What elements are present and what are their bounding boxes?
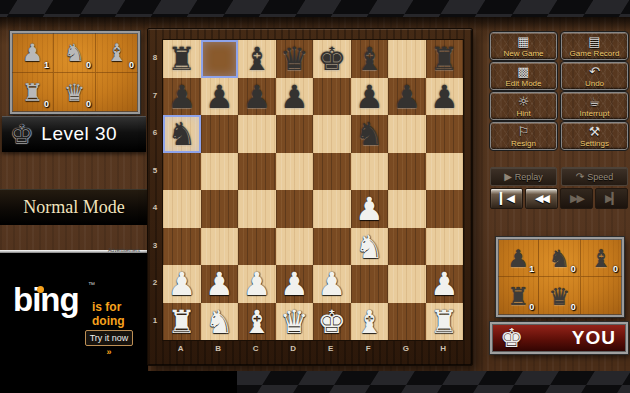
step-back-button[interactable]: ◀◀ [525,188,558,209]
square-g3[interactable] [388,228,426,266]
bing-tagline: is for doing [92,300,148,328]
square-d1[interactable]: ♛ [276,303,314,341]
black-rook-h8[interactable]: ♜ [426,40,464,78]
black-bishop-f8[interactable]: ♝ [351,40,389,78]
double-chevron-icon: » [106,347,111,357]
black-pawn-c7[interactable]: ♟ [238,78,276,116]
button-label: Game Record [570,49,620,59]
square-h5[interactable] [426,153,464,191]
square-h6[interactable] [426,115,464,153]
square-c7[interactable]: ♟ [238,78,276,116]
white-rook-a1[interactable]: ♜ [163,303,201,341]
square-c2[interactable]: ♟ [238,265,276,303]
white-rook-h1[interactable]: ♜ [426,303,464,341]
captured-queen-slot: ♛0 [54,73,96,113]
square-a4[interactable] [163,190,201,228]
square-a1[interactable]: ♜ [163,303,201,341]
square-f1[interactable]: ♝ [351,303,389,341]
black-pawn-d7[interactable]: ♟ [276,78,314,116]
skip-to-start-button[interactable]: ▎◀ [490,188,523,209]
square-f7[interactable]: ♟ [351,78,389,116]
captured-pawn-slot: ♟1 [498,239,539,277]
square-d6[interactable] [276,115,314,153]
square-d2[interactable]: ♟ [276,265,314,303]
black-pawn-a7[interactable]: ♟ [163,78,201,116]
captured-bishop-slot: ♝0 [581,239,622,277]
black-pawn-g7[interactable]: ♟ [388,78,426,116]
file-label-c: C [237,342,275,356]
chess-board: ♜♝♛♚♝♜♟♟♟♟♟♟♟♞♞♟♞♟♟♟♟♟♟♜♞♝♛♚♝♜ [162,39,464,341]
square-b2[interactable]: ♟ [201,265,239,303]
square-g2[interactable] [388,265,426,303]
square-g1[interactable] [388,303,426,341]
board-grid-icon: ▦ [517,34,529,49]
hand-icon: ↶ [589,64,600,79]
square-e3[interactable] [313,228,351,266]
square-a2[interactable]: ♟ [163,265,201,303]
square-e7[interactable] [313,78,351,116]
rank-label-3: 3 [148,227,162,265]
square-e6[interactable] [313,115,351,153]
square-f4[interactable]: ♟ [351,190,389,228]
square-f2[interactable] [351,265,389,303]
checkered-flag-band-top [0,0,630,17]
player-bar: ♚ YOU [490,322,628,354]
undo-button[interactable]: ↶Undo [561,62,628,90]
black-queen-d8[interactable]: ♛ [276,40,314,78]
button-label: Resign [511,139,536,149]
square-a8[interactable]: ♜ [163,40,201,78]
game-record-button[interactable]: ▤Game Record [561,32,628,60]
opponent-level-label: Level 30 [41,123,117,145]
captured-knight-count: 0 [86,60,91,70]
resign-button[interactable]: ⚐Resign [490,122,557,150]
rank-labels: 87654321 [148,39,162,339]
step-forward-button[interactable]: ▶▶ [560,188,593,209]
white-bishop-f1[interactable]: ♝ [351,303,389,341]
bing-logo-dot-icon [37,286,44,293]
coffee-cup-icon: ☕ [589,94,601,109]
document-icon: ▤ [588,34,600,49]
chess-app-window: ♟1♞0♝0♜0♛0 ♚ Level 30 Normal Mode Advert… [0,0,630,393]
white-pawn-f4[interactable]: ♟ [351,190,389,228]
square-a7[interactable]: ♟ [163,78,201,116]
black-king-e8[interactable]: ♚ [313,40,351,78]
square-e2[interactable]: ♟ [313,265,351,303]
square-c4[interactable] [238,190,276,228]
black-king-icon: ♚ [10,119,33,149]
empty-slot [96,73,138,113]
square-b7[interactable]: ♟ [201,78,239,116]
black-knight-a6[interactable]: ♞ [163,115,201,153]
captured-rook-count: 0 [44,99,49,109]
empty-slot [581,277,622,315]
white-pawn-h2[interactable]: ♟ [426,265,464,303]
checker-icon: ▩ [517,64,529,79]
captured-queen-slot: ♛0 [539,277,580,315]
captured-black-pieces-tray: ♟1♞0♝0♜0♛0 [496,237,624,317]
settings-button[interactable]: ⚒Settings [561,122,628,150]
button-label: Edit Mode [505,79,541,89]
interrupt-button[interactable]: ☕Interrupt [561,92,628,120]
edit-mode-button[interactable]: ▩Edit Mode [490,62,557,90]
button-label: Hint [516,109,530,119]
captured-queen-count: 0 [571,302,576,312]
square-f8[interactable]: ♝ [351,40,389,78]
white-pawn-e2[interactable]: ♟ [313,265,351,303]
square-d7[interactable]: ♟ [276,78,314,116]
square-d5[interactable] [276,153,314,191]
square-a6[interactable]: ♞ [163,115,201,153]
square-f6[interactable]: ♞ [351,115,389,153]
square-e1[interactable]: ♚ [313,303,351,341]
captured-rook-count: 0 [529,302,534,312]
black-knight-f6[interactable]: ♞ [351,115,389,153]
rank-label-6: 6 [148,114,162,152]
white-pawn-a2[interactable]: ♟ [163,265,201,303]
bing-logo[interactable]: bing [13,283,79,316]
square-a3[interactable] [163,228,201,266]
replay-controls-header: ▶ Replay ↷ Speed [490,167,628,186]
speed-arrow-icon: ↷ [576,171,584,182]
square-g5[interactable] [388,153,426,191]
try-it-now-button[interactable]: Try it now » [85,330,133,346]
speed-button[interactable]: ↷ Speed [561,167,628,186]
new-game-button[interactable]: ▦New Game [490,32,557,60]
square-g7[interactable]: ♟ [388,78,426,116]
game-mode-band: Normal Mode [0,189,148,225]
square-h2[interactable]: ♟ [426,265,464,303]
white-pawn-d2[interactable]: ♟ [276,265,314,303]
rank-label-7: 7 [148,77,162,115]
chess-board-frame: 87654321 ABCDEFGH ♜♝♛♚♝♜♟♟♟♟♟♟♟♞♞♟♞♟♟♟♟♟… [147,28,473,366]
square-a5[interactable] [163,153,201,191]
replay-media-controls: ▎◀◀◀▶▶▶▎ [490,188,628,209]
square-b5[interactable] [201,153,239,191]
file-label-d: D [275,342,313,356]
captured-knight-count: 0 [571,264,576,274]
file-labels: ABCDEFGH [162,342,462,356]
game-menu: ▦New Game▤Game Record▩Edit Mode↶Undo☼Hin… [490,32,628,150]
rank-label-4: 4 [148,189,162,227]
square-h7[interactable]: ♟ [426,78,464,116]
play-icon: ▶ [504,171,512,182]
captured-bishop-slot: ♝0 [96,33,138,73]
file-label-h: H [425,342,463,356]
square-c5[interactable] [238,153,276,191]
square-c1[interactable]: ♝ [238,303,276,341]
square-e4[interactable] [313,190,351,228]
captured-rook-slot: ♜0 [12,73,54,113]
captured-knight-slot: ♞0 [539,239,580,277]
captured-white-pieces-tray: ♟1♞0♝0♜0♛0 [10,31,140,114]
square-e8[interactable]: ♚ [313,40,351,78]
square-b3[interactable] [201,228,239,266]
white-knight-b1[interactable]: ♞ [201,303,239,341]
black-pawn-f7[interactable]: ♟ [351,78,389,116]
file-label-f: F [350,342,388,356]
square-f5[interactable] [351,153,389,191]
square-b8[interactable] [201,40,239,78]
captured-pawn-count: 1 [529,264,534,274]
replay-button[interactable]: ▶ Replay [490,167,557,186]
button-label: Undo [585,79,604,89]
captured-pawn-count: 1 [44,60,49,70]
lightbulb-icon: ☼ [518,94,530,109]
square-h3[interactable] [426,228,464,266]
captured-knight-slot: ♞0 [54,33,96,73]
white-pawn-b2[interactable]: ♟ [201,265,239,303]
bing-trademark: ™ [88,281,95,288]
square-b4[interactable] [201,190,239,228]
captured-bishop-count: 0 [613,264,618,274]
white-king-icon: ♚ [500,323,523,353]
tools-icon: ⚒ [589,124,601,139]
black-bishop-c8[interactable]: ♝ [238,40,276,78]
game-mode-label: Normal Mode [23,197,124,218]
white-king-e1[interactable]: ♚ [313,303,351,341]
captured-rook-slot: ♜0 [498,277,539,315]
square-e5[interactable] [313,153,351,191]
hint-button[interactable]: ☼Hint [490,92,557,120]
square-b1[interactable]: ♞ [201,303,239,341]
captured-queen-count: 0 [86,99,91,109]
white-knight-f3[interactable]: ♞ [351,228,389,266]
file-label-a: A [162,342,200,356]
square-d4[interactable] [276,190,314,228]
square-g8[interactable] [388,40,426,78]
file-label-e: E [312,342,350,356]
square-c6[interactable] [238,115,276,153]
square-h1[interactable]: ♜ [426,303,464,341]
square-c3[interactable] [238,228,276,266]
button-label: New Game [503,49,543,59]
white-flag-icon: ⚐ [518,124,530,139]
square-h4[interactable] [426,190,464,228]
captured-pawn-slot: ♟1 [12,33,54,73]
file-label-b: B [200,342,238,356]
opponent-bar: ♚ Level 30 [2,116,146,152]
square-g6[interactable] [388,115,426,153]
button-label: Settings [580,139,609,149]
rank-label-8: 8 [148,39,162,77]
button-label: Interrupt [580,109,610,119]
black-pawn-b7[interactable]: ♟ [201,78,239,116]
white-pawn-c2[interactable]: ♟ [238,265,276,303]
bottom-black-mask [0,371,237,393]
square-h8[interactable]: ♜ [426,40,464,78]
square-g4[interactable] [388,190,426,228]
black-rook-a8[interactable]: ♜ [163,40,201,78]
black-pawn-h7[interactable]: ♟ [426,78,464,116]
rank-label-2: 2 [148,264,162,302]
player-label: YOU [572,327,616,349]
file-label-g: G [387,342,425,356]
rank-label-1: 1 [148,302,162,340]
square-f3[interactable]: ♞ [351,228,389,266]
square-d8[interactable]: ♛ [276,40,314,78]
white-bishop-c1[interactable]: ♝ [238,303,276,341]
square-c8[interactable]: ♝ [238,40,276,78]
square-b6[interactable] [201,115,239,153]
skip-to-end-button[interactable]: ▶▎ [595,188,628,209]
square-d3[interactable] [276,228,314,266]
captured-bishop-count: 0 [129,60,134,70]
white-queen-d1[interactable]: ♛ [276,303,314,341]
rank-label-5: 5 [148,152,162,190]
